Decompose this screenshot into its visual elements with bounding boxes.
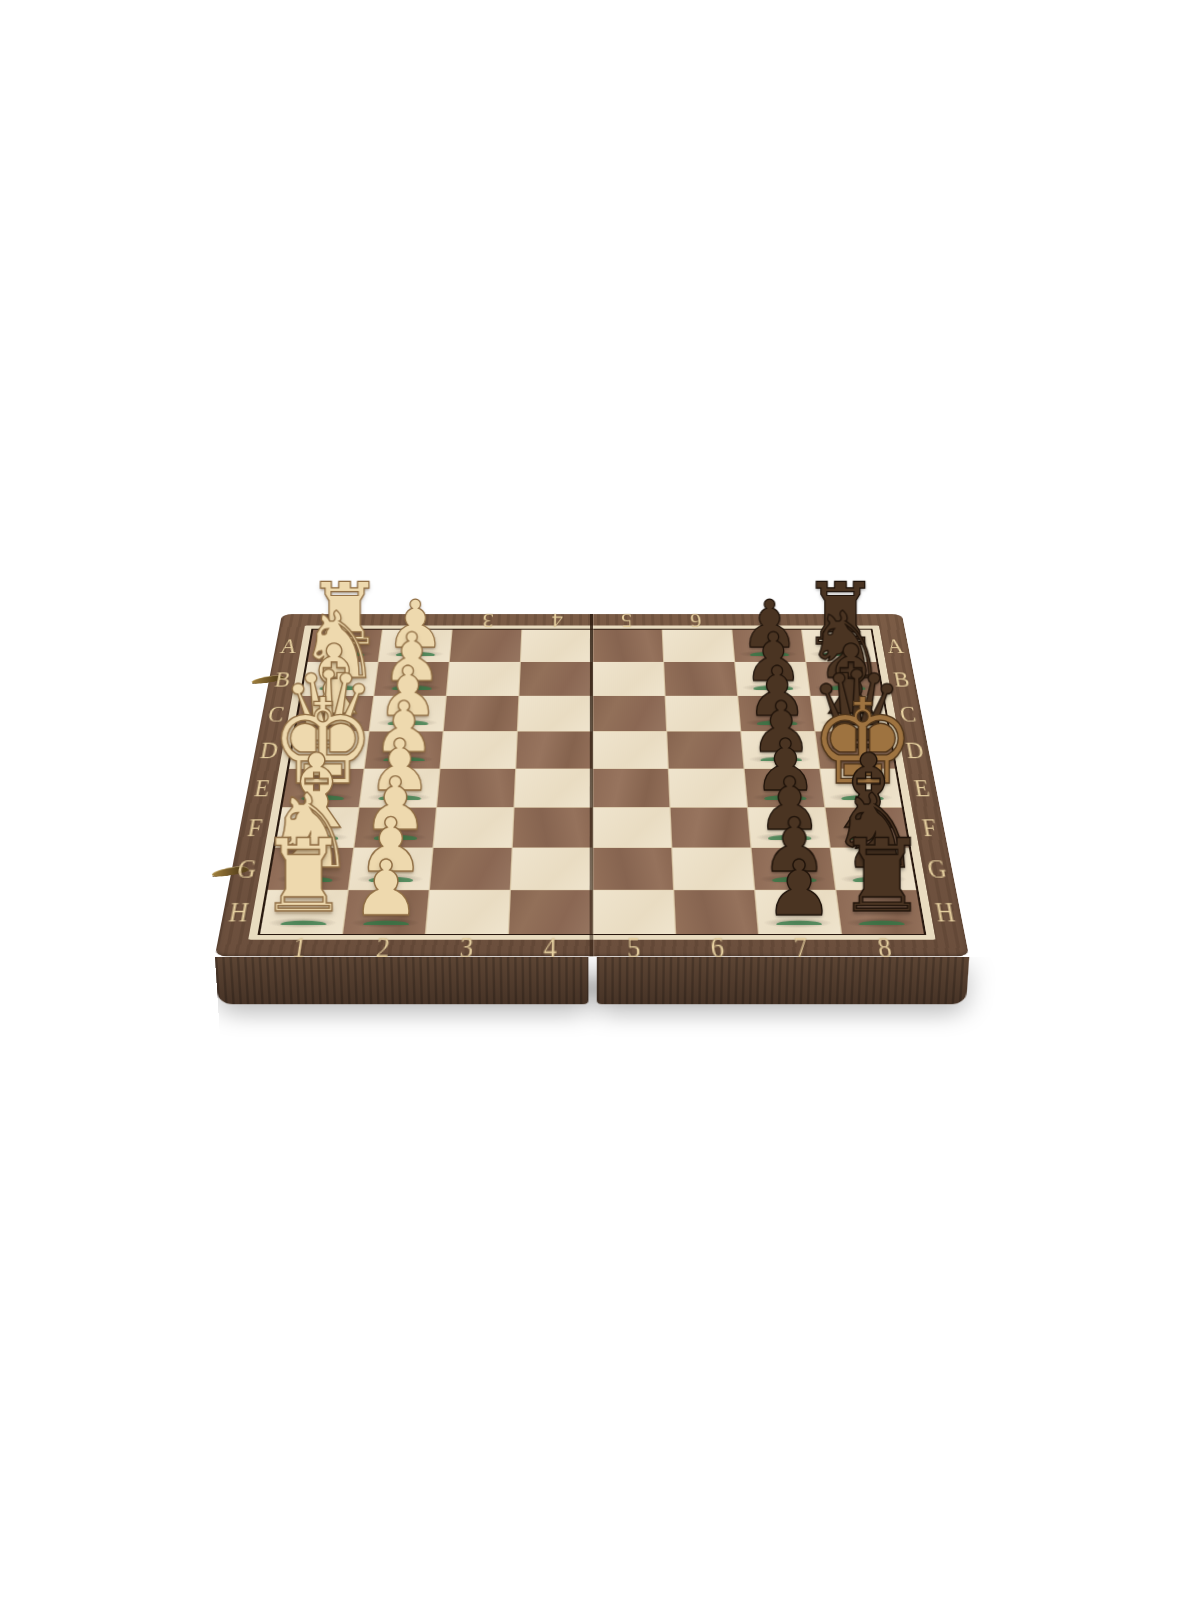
rank-label-far-5: 5: [592, 608, 662, 632]
board-square-f3: [434, 807, 514, 847]
board-square-d5: [593, 732, 668, 768]
board-square-b3: [447, 662, 520, 696]
board-square-e6: [668, 769, 746, 807]
board-square-h3: [426, 890, 510, 934]
rank-label-far-7: 7: [730, 608, 802, 632]
piece-shadow: [833, 833, 901, 842]
board-square-g5: [593, 848, 673, 890]
piece-shadow: [845, 918, 916, 928]
board-square-h4: [509, 890, 591, 934]
piece-shadow: [741, 684, 803, 692]
board-square-f6: [670, 807, 750, 847]
board-square-g6: [672, 848, 754, 890]
board-square-d4: [517, 732, 592, 768]
rank-label-far-1: 1: [313, 608, 386, 632]
board-square-e3: [437, 769, 515, 807]
piece-shadow: [755, 833, 822, 842]
piece-shadow: [813, 684, 875, 692]
piece-shadow: [823, 755, 888, 764]
piece-shadow: [738, 650, 798, 658]
board-square-c6: [665, 696, 740, 731]
product-photo-stage: AA11BB22CC33DD44EE55FF66GG77HH88♜♞♝♛♚♝♞♜…: [0, 0, 1200, 1600]
chess-set-scene: AA11BB22CC33DD44EE55FF66GG77HH88♜♞♝♛♚♝♞♜…: [282, 614, 902, 1234]
board-square-c4: [518, 696, 591, 731]
piece-shadow: [748, 755, 812, 764]
board-square-d3: [441, 732, 517, 768]
piece-shadow: [384, 650, 444, 658]
board-square-h6: [674, 890, 758, 934]
board-square-g4: [511, 848, 591, 890]
board-square-d6: [667, 732, 743, 768]
board-square-h5: [593, 890, 675, 934]
board-square-g3: [430, 848, 512, 890]
piece-shadow: [809, 650, 870, 658]
board-square-e4: [515, 769, 591, 807]
rank-label-far-2: 2: [383, 608, 455, 632]
board-square-c3: [444, 696, 519, 731]
board-square-f5: [593, 807, 671, 847]
rank-label-far-8: 8: [798, 608, 871, 632]
board-square-b5: [593, 662, 665, 696]
piece-shadow: [762, 918, 832, 928]
rank-label-far-6: 6: [661, 608, 732, 632]
board-square-f4: [513, 807, 591, 847]
chess-board: AA11BB22CC33DD44EE55FF66GG77HH88♜♞♝♛♚♝♞♜…: [215, 614, 969, 957]
board-square-b4: [520, 662, 592, 696]
piece-shadow: [371, 755, 435, 764]
rank-label-far-4: 4: [522, 608, 592, 632]
board-square-e5: [593, 769, 669, 807]
rank-label-far-3: 3: [452, 608, 523, 632]
fold-seam: [590, 614, 594, 957]
board-square-b6: [664, 662, 737, 696]
board-square-c5: [593, 696, 666, 731]
